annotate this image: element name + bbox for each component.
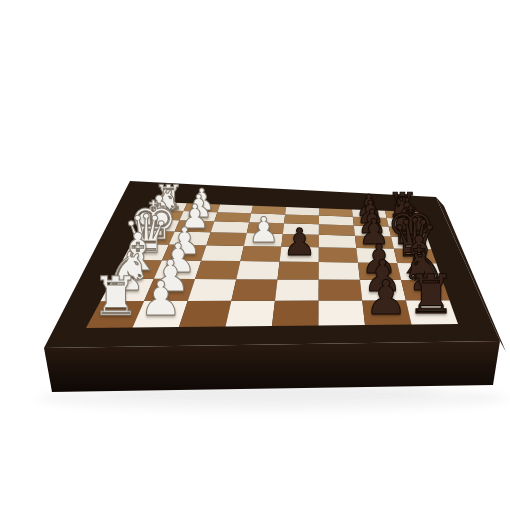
- piece-black-pawn-a7[interactable]: ♟: [365, 274, 408, 322]
- piece-white-rook-a1[interactable]: ♜: [92, 270, 140, 324]
- piece-white-pawn-a2[interactable]: ♟: [140, 275, 183, 323]
- piece-black-rook-a8[interactable]: ♜: [407, 268, 455, 322]
- chess-set-photo: ♜♟♟♜♞♟♟♞♝♟♟♝♚♟♟♚♛♟♟♛♝♟♟♝♞♟♟♞♜♟♟♜: [0, 0, 510, 510]
- piece-black-pawn-d5[interactable]: ♟: [283, 224, 317, 261]
- piece-white-pawn-e4[interactable]: ♟: [248, 212, 279, 247]
- pieces-layer: ♜♟♟♜♞♟♟♞♝♟♟♝♚♟♟♚♛♟♟♛♝♟♟♝♞♟♟♞♜♟♟♜: [0, 0, 510, 510]
